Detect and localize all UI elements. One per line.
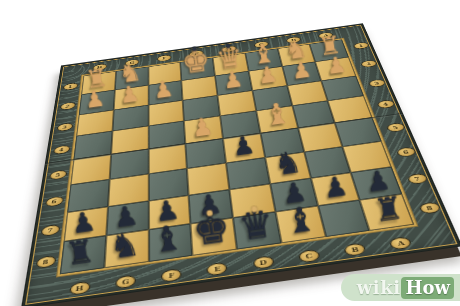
- bishop-glyph: ♝: [283, 201, 318, 239]
- piece-black-queen-d8[interactable]: ♛: [236, 203, 276, 246]
- coord-right-rank-5: 5: [385, 122, 406, 132]
- coord-right-rank-6: 6: [395, 146, 417, 157]
- square-d8[interactable]: ♛: [233, 212, 281, 249]
- square-f8[interactable]: ♝: [148, 224, 192, 262]
- pawn-glyph: ♟: [231, 132, 257, 160]
- coord-left-rank-4: 4: [52, 145, 70, 155]
- coord-right-rank-3: 3: [367, 79, 386, 88]
- coord-top-file-F: F: [157, 54, 172, 62]
- coord-right-rank-8: 8: [418, 202, 442, 215]
- square-g3[interactable]: [112, 105, 148, 131]
- piece-black-knight-g8[interactable]: ♞: [107, 228, 141, 265]
- watermark-how-badge: How: [401, 277, 454, 299]
- piece-black-rook-h8[interactable]: ♜: [64, 235, 97, 271]
- knight-glyph: ♞: [107, 228, 141, 265]
- square-a2[interactable]: ♟: [315, 57, 356, 81]
- square-b8[interactable]: [318, 200, 370, 237]
- square-c8[interactable]: ♝: [275, 206, 325, 243]
- wikihow-watermark[interactable]: wiki How: [341, 274, 460, 301]
- coord-left-rank-1: 1: [62, 82, 78, 91]
- square-a8[interactable]: ♜: [360, 194, 414, 231]
- watermark-wiki-text: wiki: [357, 277, 401, 298]
- square-h8[interactable]: ♜: [60, 236, 106, 274]
- coord-right-rank-7: 7: [406, 173, 429, 185]
- coord-bottom-file-B: B: [343, 242, 367, 256]
- piece-white-pawn-d2[interactable]: ♟: [222, 68, 245, 93]
- pawn-glyph: ♟: [291, 58, 314, 83]
- pawn-glyph: ♟: [256, 63, 279, 88]
- square-e2[interactable]: [182, 76, 218, 100]
- coord-left-rank-6: 6: [44, 195, 63, 207]
- coord-left-rank-5: 5: [49, 169, 67, 180]
- piece-black-king-e8[interactable]: ♚: [190, 206, 232, 252]
- screenshot-stage: ♜♞♚♛♝♞♜♟♟♟♟♟♟♟♟♝♟♞♟♟♟♟♟♟♟♜♞♝♚♛♝♜ 11HH22G…: [0, 0, 460, 306]
- coord-bottom-file-H: H: [69, 280, 90, 295]
- coord-left-rank-8: 8: [35, 255, 56, 269]
- square-a3[interactable]: [321, 76, 363, 101]
- pawn-glyph: ♟: [83, 87, 106, 112]
- bishop-glyph: ♝: [151, 220, 186, 258]
- piece-white-bishop-c4[interactable]: ♝: [262, 98, 292, 130]
- coord-right-rank-2: 2: [359, 59, 377, 68]
- coord-bottom-file-C: C: [298, 248, 321, 263]
- pawn-glyph: ♟: [322, 172, 350, 202]
- rook-glyph: ♜: [372, 192, 405, 228]
- piece-white-king-e1[interactable]: ♚: [180, 44, 212, 79]
- knight-glyph: ♞: [272, 147, 303, 181]
- piece-white-pawn-g2[interactable]: ♟: [118, 82, 141, 107]
- piece-black-bishop-f8[interactable]: ♝: [151, 220, 186, 258]
- piece-white-pawn-c2[interactable]: ♟: [256, 63, 279, 88]
- coord-left-rank-7: 7: [40, 224, 60, 237]
- pawn-glyph: ♟: [325, 53, 348, 78]
- coord-left-rank-3: 3: [56, 122, 73, 132]
- coord-left-rank-2: 2: [59, 102, 75, 111]
- coord-bottom-file-A: A: [389, 236, 414, 250]
- coord-bottom-file-E: E: [207, 261, 229, 276]
- piece-black-rook-a8[interactable]: ♜: [372, 192, 405, 228]
- square-e8[interactable]: ♚: [191, 218, 237, 256]
- pawn-glyph: ♟: [190, 114, 215, 141]
- rook-glyph: ♜: [64, 235, 97, 271]
- piece-white-pawn-b2[interactable]: ♟: [291, 58, 314, 83]
- piece-black-bishop-c8[interactable]: ♝: [283, 201, 318, 239]
- piece-white-pawn-a2[interactable]: ♟: [325, 53, 348, 78]
- coord-right-rank-1: 1: [352, 42, 369, 50]
- piece-black-pawn-d5[interactable]: ♟: [231, 132, 257, 160]
- piece-white-pawn-h2[interactable]: ♟: [83, 87, 106, 112]
- chess-board-grid[interactable]: ♜♞♚♛♝♞♜♟♟♟♟♟♟♟♟♝♟♞♟♟♟♟♟♟♟♜♞♝♚♛♝♜: [57, 38, 417, 276]
- piece-white-pawn-f2[interactable]: ♟: [153, 77, 176, 102]
- bishop-glyph: ♝: [262, 98, 292, 130]
- coord-bottom-file-D: D: [252, 255, 274, 270]
- pawn-glyph: ♟: [222, 68, 245, 93]
- piece-black-pawn-b7[interactable]: ♟: [322, 172, 350, 202]
- board-scene: ♜♞♚♛♝♞♜♟♟♟♟♟♟♟♟♝♟♞♟♟♟♟♟♟♟♜♞♝♚♛♝♜ 11HH22G…: [0, 0, 460, 306]
- piece-black-knight-c6[interactable]: ♞: [272, 147, 303, 181]
- piece-white-pawn-e4[interactable]: ♟: [190, 114, 215, 141]
- pawn-glyph: ♟: [118, 82, 141, 107]
- chess-board-frame: ♜♞♚♛♝♞♜♟♟♟♟♟♟♟♟♝♟♞♟♟♟♟♟♟♟♜♞♝♚♛♝♜ 11HH22G…: [21, 23, 460, 306]
- square-g8[interactable]: ♞: [104, 230, 148, 268]
- coord-bottom-file-F: F: [161, 268, 182, 283]
- pawn-glyph: ♟: [153, 77, 176, 102]
- coord-right-rank-4: 4: [376, 100, 396, 110]
- coord-bottom-file-G: G: [115, 274, 136, 289]
